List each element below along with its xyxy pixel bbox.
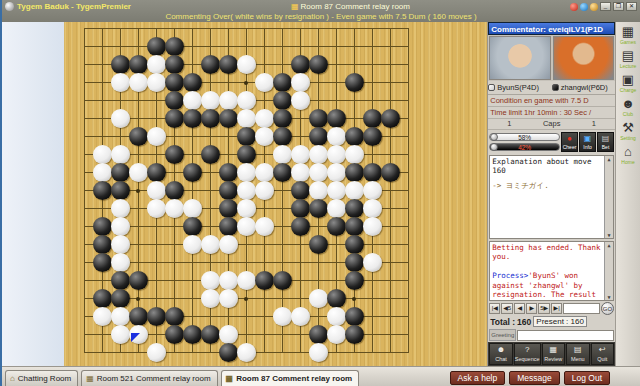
white-stone [291, 307, 310, 326]
tab-room-521[interactable]: ▦Room 521 Comment relay room [81, 370, 217, 386]
bottom-tab-bar: ⌂Chatting Room ▦Room 521 Comment relay r… [2, 366, 640, 386]
white-stone [165, 199, 184, 218]
chat-line: Betting has ended. Thank you. [492, 243, 604, 262]
app-icon [5, 2, 14, 11]
black-stone [129, 127, 148, 146]
bet-icon: ▤ [598, 133, 613, 144]
black-stone [147, 37, 166, 56]
captures-label: Caps [531, 119, 573, 129]
white-stone [147, 73, 166, 92]
chat-scrollbar[interactable] [604, 242, 613, 300]
black-stone [219, 343, 238, 362]
black-stone [273, 91, 292, 110]
white-stone [237, 163, 256, 182]
close-button[interactable]: ✕ [626, 2, 637, 11]
white-stone [327, 163, 346, 182]
white-stone [327, 181, 346, 200]
greeting-label: Greeting [489, 329, 516, 341]
white-stone [111, 199, 130, 218]
black-stone [201, 325, 220, 344]
white-stone [345, 181, 364, 200]
sequence-icon: ? [515, 344, 540, 356]
white-stone [111, 109, 130, 128]
move-navigation: |◀ ◀5 ◀ ▶ 5▶ ▶| GO [488, 302, 615, 315]
white-stone [237, 199, 256, 218]
black-stone [129, 55, 148, 74]
black-stone [345, 199, 364, 218]
present-move: Present : 160 [533, 316, 587, 327]
black-stone [219, 109, 238, 128]
white-stone [147, 199, 166, 218]
black-stone [201, 109, 220, 128]
white-stone [237, 181, 256, 200]
last-move-marker [131, 333, 140, 342]
white-stone [111, 253, 130, 272]
window-title: Tygem Baduk - TygemPremier [17, 2, 131, 11]
white-stone [255, 109, 274, 128]
ask-help-button[interactable]: Ask a help [450, 371, 506, 385]
black-stone [273, 163, 292, 182]
black-stone [345, 217, 364, 236]
explanation-body: -> ヨミチガイ. [492, 181, 605, 191]
black-stone [111, 271, 130, 290]
black-stone-icon [552, 84, 559, 91]
black-stone [309, 127, 328, 146]
white-stone-icon [488, 84, 495, 91]
white-stone [219, 235, 238, 254]
time-limit-row: Time limit 1hr 10min : 30 Sec / [488, 107, 615, 119]
menu-icon: ▤ [567, 344, 589, 356]
cheer-icon: ● [562, 133, 577, 144]
app-tray-icon-orange[interactable] [590, 3, 598, 11]
black-player-photo [553, 36, 614, 80]
charge-shortcut[interactable]: ▣Charge [617, 72, 639, 93]
black-stone [273, 73, 292, 92]
black-stone [183, 217, 202, 236]
black-stone [165, 181, 184, 200]
black-stone [345, 253, 364, 272]
white-stone [255, 73, 274, 92]
black-stone [309, 109, 328, 128]
white-stone [255, 181, 274, 200]
black-stone [93, 217, 112, 236]
club-shortcut[interactable]: ☻Club [617, 96, 639, 117]
white-stone [309, 343, 328, 362]
info-icon: ▣ [580, 133, 595, 144]
white-stone [309, 163, 328, 182]
white-stone [237, 271, 256, 290]
white-stone [237, 109, 256, 128]
white-stone [201, 289, 220, 308]
room-board-icon: ▦ [291, 2, 299, 11]
white-stone [327, 199, 346, 218]
room-title: ▦ Room 87 Comment relay room [291, 2, 410, 11]
black-bar-knob[interactable] [490, 143, 498, 151]
white-stone [309, 181, 328, 200]
review-button[interactable]: ▦Review [542, 343, 566, 365]
black-stone [165, 55, 184, 74]
white-stone [111, 217, 130, 236]
white-player-name: ByunS(P4D) [488, 83, 551, 92]
white-stone [147, 181, 166, 200]
white-stone [345, 145, 364, 164]
black-stone [129, 271, 148, 290]
white-stone [111, 145, 130, 164]
white-stone [255, 127, 274, 146]
black-stone [201, 55, 220, 74]
white-stone [183, 91, 202, 110]
chat-icon: ☻ [490, 344, 512, 356]
white-stone [219, 325, 238, 344]
explanation-scrollbar[interactable] [604, 156, 613, 238]
white-captures: 1 [488, 119, 530, 129]
move-totals: Total : 160 Present : 160 [488, 315, 615, 328]
title-bar: Tygem Baduk - TygemPremier ▦ Room 87 Com… [2, 0, 640, 22]
info-button[interactable]: ▣Info [579, 132, 596, 152]
white-stone [273, 307, 292, 326]
black-stone [165, 109, 184, 128]
black-stone [327, 109, 346, 128]
black-stone [381, 109, 400, 128]
black-stone [345, 235, 364, 254]
white-stone [309, 289, 328, 308]
white-stone [237, 343, 256, 362]
white-stone [93, 307, 112, 326]
white-stone [255, 217, 274, 236]
blocks-icon: ▣ [617, 72, 639, 87]
house-icon: ⌂ [617, 144, 639, 159]
black-stone [165, 307, 184, 326]
tv-icon: ▤ [617, 48, 639, 63]
white-stone [291, 145, 310, 164]
review-icon: ▦ [543, 344, 565, 356]
black-stone [309, 55, 328, 74]
white-bar-knob[interactable] [490, 133, 498, 141]
black-stone [165, 325, 184, 344]
people-icon: ☻ [617, 96, 639, 111]
chat-box: Betting has ended. Thank you. Process>'B… [489, 241, 614, 301]
black-stone [273, 271, 292, 290]
go-board[interactable] [64, 22, 487, 366]
white-stone [201, 271, 220, 290]
white-stone [363, 217, 382, 236]
black-stone [165, 73, 184, 92]
white-stone [201, 91, 220, 110]
black-stone [291, 181, 310, 200]
nav-first-button[interactable]: |◀ [489, 303, 500, 314]
games-shortcut[interactable]: ▦Games [617, 24, 639, 45]
go-button[interactable]: GO [601, 302, 614, 315]
white-stone [291, 91, 310, 110]
nav-forward-button[interactable]: ▶ [526, 303, 537, 314]
total-label: Total : [490, 317, 515, 327]
black-stone [129, 307, 148, 326]
greeting-input[interactable] [517, 330, 614, 341]
white-bet-bar[interactable]: 58% [489, 133, 560, 141]
black-stone [327, 289, 346, 308]
white-stone [327, 325, 346, 344]
white-stone [219, 271, 238, 290]
white-stone [327, 145, 346, 164]
setting-shortcut[interactable]: ⚒Setting [617, 120, 639, 141]
app-tray-icon-blue[interactable] [580, 3, 588, 11]
black-stone [165, 37, 184, 56]
white-stone [183, 199, 202, 218]
black-stone [183, 109, 202, 128]
white-stone [93, 163, 112, 182]
lecture-shortcut[interactable]: ▤Lecture [617, 48, 639, 69]
white-stone [129, 163, 148, 182]
white-stone [327, 127, 346, 146]
black-stone [255, 271, 274, 290]
process-label: Process> [492, 271, 528, 280]
black-stone [327, 217, 346, 236]
white-stone [147, 343, 166, 362]
nav-back-button[interactable]: ◀ [514, 303, 525, 314]
black-stone [165, 145, 184, 164]
black-stone [237, 127, 256, 146]
black-stone [291, 199, 310, 218]
restore-button[interactable]: ❐ [613, 2, 624, 11]
black-stone [201, 145, 220, 164]
black-stone [363, 109, 382, 128]
tab-room-87[interactable]: ▦Room 87 Comment relay room [221, 370, 360, 386]
house-icon: ⌂ [10, 371, 15, 386]
white-stone [291, 163, 310, 182]
captures-row: 1 Caps 1 [488, 119, 615, 130]
white-stone [237, 217, 256, 236]
black-stone [183, 325, 202, 344]
white-stone [93, 145, 112, 164]
black-stone [111, 289, 130, 308]
black-stone [219, 163, 238, 182]
white-stone [111, 307, 130, 326]
tools-icon: ⚒ [617, 120, 639, 135]
white-stone [363, 199, 382, 218]
logout-button[interactable]: Log Out [564, 371, 610, 385]
panel-button-row: ☻Chat ?Sequence ▦Review ▤Menu ↩Quit [488, 342, 615, 366]
move-number-input[interactable] [563, 303, 600, 314]
black-stone [219, 199, 238, 218]
explanation-title: Explanation about move 160 [492, 157, 605, 175]
game-status-subtitle: Commenting Over( white wins by resignati… [2, 12, 640, 22]
white-stone [327, 307, 346, 326]
white-player-photo [489, 36, 550, 80]
side-toolbar: ▦Games ▤Lecture ▣Charge ☻Club ⚒Setting ⌂… [615, 22, 640, 366]
bet-button[interactable]: ▤Bet [597, 132, 614, 152]
black-stone [381, 163, 400, 182]
black-stone [111, 163, 130, 182]
nav-back5-button[interactable]: ◀5 [501, 303, 513, 314]
white-stone [111, 325, 130, 344]
black-stone [147, 163, 166, 182]
condition-row: Condition en game with 7.5 D [488, 95, 615, 107]
black-stone [93, 253, 112, 272]
white-stone [219, 289, 238, 308]
white-stone [255, 163, 274, 182]
black-stone [345, 73, 364, 92]
chat-button[interactable]: ☻Chat [489, 343, 513, 365]
black-stone [111, 181, 130, 200]
black-stone [345, 325, 364, 344]
black-stone [363, 127, 382, 146]
black-stone [291, 55, 310, 74]
board-icon: ▦ [226, 371, 234, 386]
quit-button[interactable]: ↩Quit [591, 343, 615, 365]
white-stone [237, 55, 256, 74]
white-stone [201, 235, 220, 254]
black-stone [219, 55, 238, 74]
black-stone [345, 307, 364, 326]
white-stone [273, 145, 292, 164]
black-stone [183, 73, 202, 92]
tab-chatting-room[interactable]: ⌂Chatting Room [5, 370, 78, 386]
white-stone [111, 235, 130, 254]
black-stone [363, 163, 382, 182]
black-stone [309, 199, 328, 218]
black-stone [345, 127, 364, 146]
black-stone [273, 109, 292, 128]
black-stone [147, 307, 166, 326]
black-stone [273, 127, 292, 146]
total-value: 160 [517, 317, 531, 327]
black-stone [111, 55, 130, 74]
black-player-name: zhangwl(P6D) [552, 83, 615, 92]
black-stone [219, 217, 238, 236]
nav-last-button[interactable]: ▶| [551, 303, 562, 314]
menu-button[interactable]: ▤Menu [566, 343, 590, 365]
black-stone [309, 235, 328, 254]
chat-line: Process>'ByunS' won against 'zhangwl' by… [492, 271, 604, 301]
commentator-bar: Commentator: eveiqiLV1(P1D [488, 22, 615, 35]
white-stone [129, 73, 148, 92]
quit-icon: ↩ [592, 344, 614, 356]
white-stone [291, 73, 310, 92]
go-client-window: Tygem Baduk - TygemPremier ▦ Room 87 Com… [0, 0, 640, 386]
black-stone [93, 235, 112, 254]
white-stone [111, 73, 130, 92]
white-stone [147, 127, 166, 146]
black-stone [291, 217, 310, 236]
home-shortcut[interactable]: ⌂Home [617, 144, 639, 165]
white-stone [183, 235, 202, 254]
explanation-box: Explanation about move 160 -> ヨミチガイ. [489, 155, 614, 239]
go-board-icon: ▦ [617, 24, 639, 39]
black-stone [93, 289, 112, 308]
white-stone [309, 145, 328, 164]
white-stone [363, 181, 382, 200]
message-button[interactable]: Message [509, 371, 560, 385]
cheer-button[interactable]: ●Cheer [561, 132, 578, 152]
white-stone [147, 55, 166, 74]
black-stone [183, 163, 202, 182]
white-stone [219, 91, 238, 110]
board-icon: ▦ [86, 371, 94, 386]
black-stone [309, 325, 328, 344]
app-tray-icon-red[interactable] [570, 3, 578, 11]
white-stone [237, 91, 256, 110]
white-stone [129, 325, 148, 344]
minimize-button[interactable]: _ [600, 2, 611, 11]
sequence-button[interactable]: ?Sequence [514, 343, 541, 365]
black-captures: 1 [573, 119, 615, 129]
black-stone [219, 181, 238, 200]
black-stone [345, 163, 364, 182]
left-margin [2, 22, 64, 366]
black-stone [93, 181, 112, 200]
right-panel: Commentator: eveiqiLV1(P1D ByunS(P4D) zh… [487, 22, 615, 366]
black-stone [165, 91, 184, 110]
nav-forward5-button[interactable]: 5▶ [538, 303, 550, 314]
black-bet-bar[interactable]: 42% [489, 143, 560, 151]
black-stone [237, 145, 256, 164]
black-stone [345, 271, 364, 290]
white-stone [363, 253, 382, 272]
